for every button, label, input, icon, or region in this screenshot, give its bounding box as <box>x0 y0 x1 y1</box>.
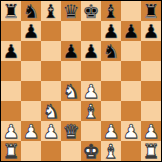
white-pawn[interactable]: ♟ <box>102 121 119 141</box>
square-d5[interactable] <box>61 61 81 81</box>
square-f5[interactable] <box>101 61 121 81</box>
chess-board: ♜♞♝♛♚♝♜♟♟♟♟♟♟♟♞♞♟♞♝♟♟♟♛♟♟♟♜♚♝♜ <box>1 1 161 161</box>
white-knight[interactable]: ♞ <box>42 101 59 121</box>
black-bishop[interactable]: ♝ <box>102 1 119 21</box>
square-c4[interactable] <box>41 81 61 101</box>
square-g1[interactable] <box>121 141 141 161</box>
square-d6[interactable]: ♟ <box>61 41 81 61</box>
square-e1[interactable]: ♚ <box>81 141 101 161</box>
black-knight[interactable]: ♞ <box>22 1 39 21</box>
square-c8[interactable]: ♝ <box>41 1 61 21</box>
square-g7[interactable]: ♟ <box>121 21 141 41</box>
square-h4[interactable] <box>141 81 161 101</box>
black-king[interactable]: ♚ <box>82 1 99 21</box>
square-f8[interactable]: ♝ <box>101 1 121 21</box>
square-e6[interactable]: ♟ <box>81 41 101 61</box>
square-e7[interactable] <box>81 21 101 41</box>
square-d2[interactable]: ♛ <box>61 121 81 141</box>
square-h6[interactable] <box>141 41 161 61</box>
black-rook[interactable]: ♜ <box>142 1 159 21</box>
square-d7[interactable] <box>61 21 81 41</box>
white-bishop[interactable]: ♝ <box>102 141 119 161</box>
square-f2[interactable]: ♟ <box>101 121 121 141</box>
black-pawn[interactable]: ♟ <box>142 21 159 41</box>
square-e2[interactable] <box>81 121 101 141</box>
black-pawn[interactable]: ♟ <box>2 41 19 61</box>
black-queen[interactable]: ♛ <box>62 1 79 21</box>
square-a2[interactable]: ♟ <box>1 121 21 141</box>
square-b2[interactable]: ♟ <box>21 121 41 141</box>
white-pawn[interactable]: ♟ <box>142 121 159 141</box>
square-c7[interactable] <box>41 21 61 41</box>
black-pawn[interactable]: ♟ <box>62 41 79 61</box>
square-g4[interactable] <box>121 81 141 101</box>
square-b5[interactable] <box>21 61 41 81</box>
square-d3[interactable] <box>61 101 81 121</box>
white-king[interactable]: ♚ <box>82 141 99 161</box>
square-b8[interactable]: ♞ <box>21 1 41 21</box>
square-a1[interactable]: ♜ <box>1 141 21 161</box>
square-g3[interactable] <box>121 101 141 121</box>
white-queen[interactable]: ♛ <box>62 121 79 141</box>
black-bishop[interactable]: ♝ <box>42 1 59 21</box>
white-pawn[interactable]: ♟ <box>42 121 59 141</box>
square-e4[interactable]: ♟ <box>81 81 101 101</box>
square-b3[interactable] <box>21 101 41 121</box>
white-pawn[interactable]: ♟ <box>82 81 99 101</box>
square-b7[interactable]: ♟ <box>21 21 41 41</box>
white-knight[interactable]: ♞ <box>62 81 79 101</box>
square-b1[interactable] <box>21 141 41 161</box>
square-c2[interactable]: ♟ <box>41 121 61 141</box>
square-a4[interactable] <box>1 81 21 101</box>
square-c3[interactable]: ♞ <box>41 101 61 121</box>
square-a5[interactable] <box>1 61 21 81</box>
black-pawn[interactable]: ♟ <box>22 21 39 41</box>
white-pawn[interactable]: ♟ <box>2 121 19 141</box>
black-knight[interactable]: ♞ <box>102 41 119 61</box>
square-f1[interactable]: ♝ <box>101 141 121 161</box>
square-b4[interactable] <box>21 81 41 101</box>
chess-board-frame: ♜♞♝♛♚♝♜♟♟♟♟♟♟♟♞♞♟♞♝♟♟♟♛♟♟♟♜♚♝♜ <box>0 0 162 162</box>
square-g6[interactable] <box>121 41 141 61</box>
square-h8[interactable]: ♜ <box>141 1 161 21</box>
black-rook[interactable]: ♜ <box>2 1 19 21</box>
white-pawn[interactable]: ♟ <box>122 121 139 141</box>
square-d8[interactable]: ♛ <box>61 1 81 21</box>
square-e8[interactable]: ♚ <box>81 1 101 21</box>
black-pawn[interactable]: ♟ <box>122 21 139 41</box>
square-d1[interactable] <box>61 141 81 161</box>
square-g2[interactable]: ♟ <box>121 121 141 141</box>
square-f7[interactable]: ♟ <box>101 21 121 41</box>
black-pawn[interactable]: ♟ <box>102 21 119 41</box>
square-a3[interactable] <box>1 101 21 121</box>
square-b6[interactable] <box>21 41 41 61</box>
square-h1[interactable]: ♜ <box>141 141 161 161</box>
black-pawn[interactable]: ♟ <box>82 41 99 61</box>
square-g8[interactable] <box>121 1 141 21</box>
square-c5[interactable] <box>41 61 61 81</box>
square-c1[interactable] <box>41 141 61 161</box>
white-rook[interactable]: ♜ <box>2 141 19 161</box>
square-h3[interactable] <box>141 101 161 121</box>
square-f3[interactable] <box>101 101 121 121</box>
square-c6[interactable] <box>41 41 61 61</box>
white-bishop[interactable]: ♝ <box>82 101 99 121</box>
square-f4[interactable] <box>101 81 121 101</box>
square-h5[interactable] <box>141 61 161 81</box>
white-rook[interactable]: ♜ <box>142 141 159 161</box>
square-a6[interactable]: ♟ <box>1 41 21 61</box>
square-f6[interactable]: ♞ <box>101 41 121 61</box>
square-g5[interactable] <box>121 61 141 81</box>
square-h2[interactable]: ♟ <box>141 121 161 141</box>
square-e5[interactable] <box>81 61 101 81</box>
white-pawn[interactable]: ♟ <box>22 121 39 141</box>
square-d4[interactable]: ♞ <box>61 81 81 101</box>
square-a7[interactable] <box>1 21 21 41</box>
square-e3[interactable]: ♝ <box>81 101 101 121</box>
square-h7[interactable]: ♟ <box>141 21 161 41</box>
square-a8[interactable]: ♜ <box>1 1 21 21</box>
